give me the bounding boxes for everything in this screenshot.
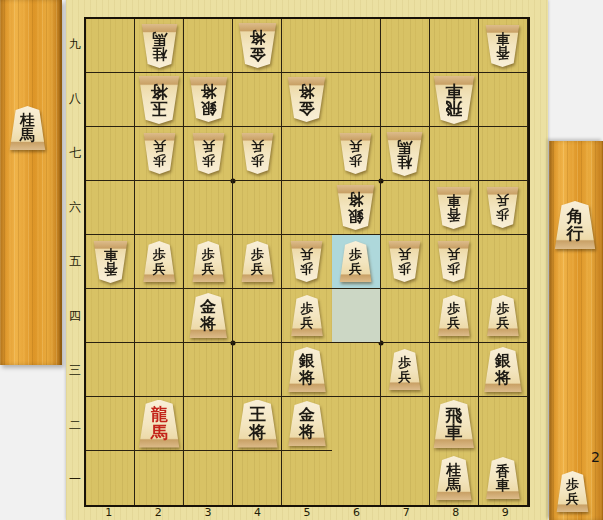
piece-pawn-bottom[interactable]: 歩兵	[388, 349, 421, 390]
square-2六[interactable]	[135, 181, 184, 235]
kanji: 龍	[151, 406, 168, 423]
kanji: 将	[348, 191, 364, 207]
kanji: 銀	[200, 100, 216, 116]
piece-gold-top[interactable]: 金将	[287, 77, 326, 122]
square-8二[interactable]: 飛車	[430, 397, 479, 451]
rank-label-九: 九	[66, 17, 84, 71]
piece-silver-top[interactable]: 銀将	[336, 185, 375, 230]
kanji: 将	[299, 83, 315, 99]
hand-piece-knight[interactable]: 桂馬	[9, 106, 46, 150]
piece-lance-top[interactable]: 香車	[485, 25, 520, 67]
square-2四[interactable]	[135, 289, 184, 343]
kanji: 兵	[153, 262, 166, 275]
square-1八[interactable]	[86, 73, 135, 127]
kanji: 将	[299, 424, 315, 440]
kanji: 歩	[447, 302, 460, 315]
square-4四[interactable]	[233, 289, 282, 343]
square-8五[interactable]: 歩兵	[430, 235, 479, 289]
square-4二[interactable]: 王将	[233, 397, 282, 451]
piece-king-bottom[interactable]: 王将	[236, 400, 278, 448]
square-4六[interactable]	[233, 181, 282, 235]
bottom-player-piece-stand[interactable]: 角行 2 歩兵	[549, 141, 603, 520]
kanji: 車	[447, 193, 461, 207]
square-1六[interactable]	[86, 181, 135, 235]
piece-pawn-bottom[interactable]: 歩兵	[486, 295, 519, 336]
shogi-board: 桂馬金将香車玉将銀将金将飛車歩兵歩兵歩兵歩兵桂馬銀将香車歩兵香車歩兵歩兵歩兵歩兵…	[84, 17, 530, 507]
kanji: 兵	[349, 262, 362, 275]
rank-label-二: 二	[66, 398, 84, 452]
kanji: 歩	[496, 302, 509, 315]
kanji: 銀	[348, 208, 364, 224]
square-7三[interactable]: 歩兵	[381, 343, 430, 397]
file-label-1: 1	[84, 506, 134, 520]
kanji: 歩	[202, 154, 215, 167]
square-5三[interactable]: 銀将	[282, 343, 331, 397]
kanji: 兵	[300, 248, 313, 261]
square-8九[interactable]	[430, 19, 479, 73]
rank-label-六: 六	[66, 180, 84, 234]
file-label-5: 5	[282, 506, 332, 520]
kanji: 兵	[398, 370, 411, 383]
kanji: 将	[299, 370, 315, 386]
square-4九[interactable]: 金将	[233, 19, 282, 73]
kanji: 歩	[496, 208, 509, 221]
square-8七[interactable]	[430, 127, 479, 181]
kanji: 将	[249, 424, 266, 441]
square-3七[interactable]: 歩兵	[184, 127, 233, 181]
kanji: 兵	[496, 316, 509, 329]
square-1九[interactable]	[86, 19, 135, 73]
kanji: 兵	[349, 140, 362, 153]
square-2五[interactable]: 歩兵	[135, 235, 184, 289]
square-3三[interactable]	[184, 343, 233, 397]
piece-gold-bottom[interactable]: 金将	[189, 293, 228, 338]
kanji: 飛	[445, 100, 462, 117]
top-player-piece-stand[interactable]: 桂馬	[0, 0, 62, 365]
piece-pawn-top[interactable]: 歩兵	[437, 241, 470, 282]
square-5七[interactable]	[282, 127, 331, 181]
rank-labels: 九八七六五四三二一	[66, 17, 84, 507]
square-2三[interactable]	[135, 343, 184, 397]
square-9二[interactable]	[479, 397, 528, 451]
square-3八[interactable]: 銀将	[184, 73, 233, 127]
square-5一[interactable]	[282, 451, 331, 505]
file-label-2: 2	[134, 506, 184, 520]
square-9六[interactable]: 歩兵	[479, 181, 528, 235]
kanji: 兵	[447, 248, 460, 261]
square-9三[interactable]: 銀将	[479, 343, 528, 397]
piece-pawn-bottom[interactable]: 歩兵	[143, 241, 176, 282]
square-9八[interactable]	[479, 73, 528, 127]
kanji: 将	[249, 29, 265, 45]
kanji: 兵	[202, 262, 215, 275]
square-6二[interactable]	[332, 397, 381, 451]
piece-pawn-top[interactable]: 歩兵	[241, 133, 274, 174]
square-9一[interactable]: 香車	[479, 451, 528, 505]
piece-pawn-top[interactable]: 歩兵	[192, 133, 225, 174]
hand-pawn-count: 2	[591, 449, 600, 465]
rank-label-三: 三	[66, 344, 84, 398]
square-5二[interactable]: 金将	[282, 397, 331, 451]
square-3二[interactable]	[184, 397, 233, 451]
square-9九[interactable]: 香車	[479, 19, 528, 73]
square-4七[interactable]: 歩兵	[233, 127, 282, 181]
kanji: 歩	[349, 248, 362, 261]
file-label-7: 7	[381, 506, 431, 520]
square-4五[interactable]: 歩兵	[233, 235, 282, 289]
square-5四[interactable]: 歩兵	[282, 289, 331, 343]
file-label-9: 9	[481, 506, 531, 520]
kanji: 兵	[398, 248, 411, 261]
piece-gold-bottom[interactable]: 金将	[287, 401, 326, 446]
kanji: 兵	[447, 316, 460, 329]
kanji: 将	[151, 82, 168, 99]
square-6四[interactable]	[332, 289, 381, 343]
board-panel: 九八七六五四三二一 桂馬金将香車玉将銀将金将飛車歩兵歩兵歩兵歩兵桂馬銀将香車歩兵…	[66, 0, 548, 520]
kanji: 歩	[398, 262, 411, 275]
kanji: 馬	[152, 30, 167, 45]
kanji: 馬	[446, 478, 461, 493]
piece-rook-top[interactable]: 飛車	[433, 76, 475, 124]
kanji: 歩	[251, 248, 264, 261]
square-3九[interactable]	[184, 19, 233, 73]
kanji: 香	[496, 464, 510, 478]
piece-pawn-bottom[interactable]: 歩兵	[437, 295, 470, 336]
kanji: 王	[249, 406, 266, 423]
square-3六[interactable]	[184, 181, 233, 235]
square-6七[interactable]: 歩兵	[332, 127, 381, 181]
kanji: 兵	[153, 140, 166, 153]
square-9五[interactable]	[479, 235, 528, 289]
square-1五[interactable]: 香車	[86, 235, 135, 289]
square-7八[interactable]	[381, 73, 430, 127]
kanji: 将	[495, 370, 511, 386]
rank-label-七: 七	[66, 126, 84, 180]
kanji: 兵	[251, 262, 264, 275]
piece-knight-top[interactable]: 桂馬	[141, 24, 178, 68]
square-1三[interactable]	[86, 343, 135, 397]
piece-lance-bottom[interactable]: 香車	[485, 457, 520, 499]
kanji: 歩	[447, 262, 460, 275]
square-9七[interactable]	[479, 127, 528, 181]
kanji: 馬	[20, 128, 35, 143]
kanji: 兵	[566, 492, 579, 505]
kanji: 香	[496, 46, 510, 60]
rank-label-八: 八	[66, 71, 84, 125]
kanji: 馬	[397, 138, 412, 153]
square-2八[interactable]: 玉将	[135, 73, 184, 127]
square-3四[interactable]: 金将	[184, 289, 233, 343]
piece-pawn-bottom[interactable]: 歩兵	[339, 241, 372, 282]
kanji: 歩	[300, 262, 313, 275]
square-6八[interactable]	[332, 73, 381, 127]
kanji: 兵	[496, 194, 509, 207]
rank-label-一: 一	[66, 453, 84, 507]
kanji: 行	[567, 225, 584, 242]
kanji: 兵	[300, 316, 313, 329]
square-8三[interactable]	[430, 343, 479, 397]
kanji: 歩	[153, 248, 166, 261]
file-labels: 123456789	[84, 506, 530, 520]
piece-pawn-top[interactable]: 歩兵	[388, 241, 421, 282]
piece-knight-bottom[interactable]: 桂馬	[435, 456, 472, 500]
piece-pawn-top[interactable]: 歩兵	[290, 241, 323, 282]
rank-label-五: 五	[66, 235, 84, 289]
square-6五[interactable]: 歩兵	[332, 235, 381, 289]
piece-king-top[interactable]: 玉将	[138, 76, 180, 124]
piece-rook-bottom[interactable]: 飛車	[433, 400, 475, 448]
square-1四[interactable]	[86, 289, 135, 343]
square-2二[interactable]: 龍馬	[135, 397, 184, 451]
square-5九[interactable]	[282, 19, 331, 73]
piece-promoted-bishop-bottom[interactable]: 龍馬	[138, 400, 180, 448]
shogi-app: 桂馬 九八七六五四三二一 桂馬金将香車玉将銀将金将飛車歩兵歩兵歩兵歩兵桂馬銀将香…	[0, 0, 603, 520]
kanji: 香	[447, 208, 461, 222]
square-7七[interactable]: 桂馬	[381, 127, 430, 181]
kanji: 歩	[202, 248, 215, 261]
square-7二[interactable]	[381, 397, 430, 451]
square-6九[interactable]	[332, 19, 381, 73]
piece-lance-top[interactable]: 香車	[93, 241, 128, 283]
square-5八[interactable]: 金将	[282, 73, 331, 127]
file-label-6: 6	[332, 506, 382, 520]
kanji: 玉	[151, 100, 168, 117]
kanji: 歩	[251, 154, 264, 167]
piece-pawn-bottom[interactable]: 歩兵	[241, 241, 274, 282]
square-1二[interactable]	[86, 397, 135, 451]
piece-lance-top[interactable]: 香車	[436, 187, 471, 229]
kanji: 香	[103, 262, 117, 276]
kanji: 歩	[349, 154, 362, 167]
hand-piece-bishop[interactable]: 角行	[554, 201, 596, 249]
piece-pawn-top[interactable]: 歩兵	[143, 133, 176, 174]
square-2九[interactable]: 桂馬	[135, 19, 184, 73]
hand-piece-pawn[interactable]: 歩兵	[556, 471, 589, 512]
square-4一[interactable]	[233, 451, 282, 505]
piece-gold-top[interactable]: 金将	[238, 23, 277, 68]
square-7四[interactable]	[381, 289, 430, 343]
piece-silver-bottom[interactable]: 銀将	[287, 347, 326, 392]
kanji: 馬	[151, 424, 168, 441]
piece-knight-top[interactable]: 桂馬	[386, 132, 423, 176]
square-7五[interactable]: 歩兵	[381, 235, 430, 289]
piece-pawn-bottom[interactable]: 歩兵	[290, 295, 323, 336]
square-8八[interactable]: 飛車	[430, 73, 479, 127]
square-7一[interactable]	[381, 451, 430, 505]
kanji: 兵	[251, 140, 264, 153]
kanji: 車	[496, 31, 510, 45]
piece-pawn-bottom[interactable]: 歩兵	[192, 241, 225, 282]
square-6三[interactable]	[332, 343, 381, 397]
square-2七[interactable]: 歩兵	[135, 127, 184, 181]
square-6六[interactable]: 銀将	[332, 181, 381, 235]
square-5五[interactable]: 歩兵	[282, 235, 331, 289]
kanji: 車	[103, 247, 117, 261]
kanji: 車	[496, 478, 510, 492]
kanji: 将	[200, 83, 216, 99]
square-4三[interactable]	[233, 343, 282, 397]
square-1一[interactable]	[86, 451, 135, 505]
square-8四[interactable]: 歩兵	[430, 289, 479, 343]
piece-silver-bottom[interactable]: 銀将	[483, 347, 522, 392]
square-8六[interactable]: 香車	[430, 181, 479, 235]
piece-pawn-top[interactable]: 歩兵	[486, 187, 519, 228]
square-2一[interactable]	[135, 451, 184, 505]
kanji: 歩	[300, 302, 313, 315]
file-label-4: 4	[233, 506, 283, 520]
kanji: 歩	[398, 356, 411, 369]
kanji: 兵	[202, 140, 215, 153]
piece-silver-top[interactable]: 銀将	[189, 77, 228, 122]
square-1七[interactable]	[86, 127, 135, 181]
kanji: 車	[445, 82, 462, 99]
file-label-8: 8	[431, 506, 481, 520]
rank-label-四: 四	[66, 289, 84, 343]
kanji: 金	[299, 100, 315, 116]
kanji: 金	[249, 46, 265, 62]
square-3一[interactable]	[184, 451, 233, 505]
kanji: 将	[200, 316, 216, 332]
square-3五[interactable]: 歩兵	[184, 235, 233, 289]
piece-pawn-top[interactable]: 歩兵	[339, 133, 372, 174]
square-7六[interactable]	[381, 181, 430, 235]
square-8一[interactable]: 桂馬	[430, 451, 479, 505]
kanji: 車	[445, 424, 462, 441]
kanji: 歩	[566, 478, 579, 491]
file-label-3: 3	[183, 506, 233, 520]
kanji: 歩	[153, 154, 166, 167]
square-9四[interactable]: 歩兵	[479, 289, 528, 343]
square-5六[interactable]	[282, 181, 331, 235]
square-7九[interactable]	[381, 19, 430, 73]
square-6一[interactable]	[332, 451, 381, 505]
square-4八[interactable]	[233, 73, 282, 127]
